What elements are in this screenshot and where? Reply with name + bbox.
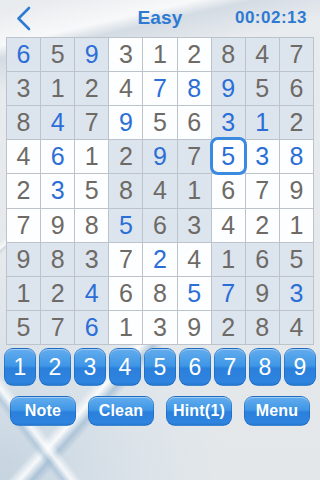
cell-r9c9[interactable]: 4 [280, 311, 314, 345]
cell-r1c5[interactable]: 1 [143, 38, 177, 72]
cell-r5c7[interactable]: 6 [212, 174, 246, 208]
cell-r4c1[interactable]: 4 [7, 140, 41, 174]
cell-r3c1[interactable]: 8 [7, 106, 41, 140]
sudoku-app: Easy 00:02:13 65931284731247895684795631… [0, 0, 320, 480]
cell-r5c9[interactable]: 9 [280, 174, 314, 208]
cell-r3c4[interactable]: 9 [109, 106, 143, 140]
numpad-key-9[interactable]: 9 [284, 348, 316, 386]
action-bar: NoteCleanHint(1)Menu [10, 396, 310, 426]
cell-r2c3[interactable]: 2 [75, 72, 109, 106]
cell-r3c2[interactable]: 4 [41, 106, 75, 140]
header: Easy 00:02:13 [0, 0, 320, 36]
cell-r7c4[interactable]: 7 [109, 243, 143, 277]
cell-r7c3[interactable]: 3 [75, 243, 109, 277]
cell-r1c3[interactable]: 9 [75, 38, 109, 72]
numpad-key-5[interactable]: 5 [144, 348, 176, 386]
cell-r1c7[interactable]: 8 [212, 38, 246, 72]
numpad-key-4[interactable]: 4 [109, 348, 141, 386]
cell-r1c9[interactable]: 7 [280, 38, 314, 72]
cell-r2c5[interactable]: 7 [143, 72, 177, 106]
cell-r9c2[interactable]: 7 [41, 311, 75, 345]
cell-r9c8[interactable]: 8 [246, 311, 280, 345]
numpad-key-6[interactable]: 6 [179, 348, 211, 386]
cell-r5c6[interactable]: 1 [178, 174, 212, 208]
cell-r7c5[interactable]: 2 [143, 243, 177, 277]
numpad-key-3[interactable]: 3 [74, 348, 106, 386]
sudoku-board: 6593128473124789568479563124612975382358… [6, 37, 314, 345]
cell-r6c5[interactable]: 6 [143, 209, 177, 243]
cell-r1c8[interactable]: 4 [246, 38, 280, 72]
cell-r3c5[interactable]: 5 [143, 106, 177, 140]
cell-r8c9[interactable]: 3 [280, 277, 314, 311]
cell-r5c2[interactable]: 3 [41, 174, 75, 208]
cell-r3c8[interactable]: 1 [246, 106, 280, 140]
cell-r4c7[interactable]: 5 [212, 140, 246, 174]
note-button[interactable]: Note [10, 396, 76, 426]
cell-r6c3[interactable]: 8 [75, 209, 109, 243]
cell-r2c2[interactable]: 1 [41, 72, 75, 106]
cell-r9c4[interactable]: 1 [109, 311, 143, 345]
cell-r8c4[interactable]: 6 [109, 277, 143, 311]
cell-r3c9[interactable]: 2 [280, 106, 314, 140]
cell-r6c6[interactable]: 3 [178, 209, 212, 243]
cell-r4c9[interactable]: 8 [280, 140, 314, 174]
cell-r2c8[interactable]: 5 [246, 72, 280, 106]
cell-r1c4[interactable]: 3 [109, 38, 143, 72]
cell-r2c7[interactable]: 9 [212, 72, 246, 106]
cell-r5c5[interactable]: 4 [143, 174, 177, 208]
cell-r5c1[interactable]: 2 [7, 174, 41, 208]
cell-r8c8[interactable]: 9 [246, 277, 280, 311]
cell-r7c9[interactable]: 5 [280, 243, 314, 277]
cell-r3c7[interactable]: 3 [212, 106, 246, 140]
cell-r7c1[interactable]: 9 [7, 243, 41, 277]
cell-r1c1[interactable]: 6 [7, 38, 41, 72]
cell-r6c4[interactable]: 5 [109, 209, 143, 243]
cell-r7c7[interactable]: 1 [212, 243, 246, 277]
numpad: 123456789 [4, 348, 316, 386]
cell-r4c5[interactable]: 9 [143, 140, 177, 174]
cell-r9c1[interactable]: 5 [7, 311, 41, 345]
cell-r6c8[interactable]: 2 [246, 209, 280, 243]
cell-r9c5[interactable]: 3 [143, 311, 177, 345]
numpad-key-8[interactable]: 8 [249, 348, 281, 386]
cell-r2c1[interactable]: 3 [7, 72, 41, 106]
cell-r2c4[interactable]: 4 [109, 72, 143, 106]
cell-r6c9[interactable]: 1 [280, 209, 314, 243]
cell-r5c4[interactable]: 8 [109, 174, 143, 208]
cell-r4c8[interactable]: 3 [246, 140, 280, 174]
cell-r1c6[interactable]: 2 [178, 38, 212, 72]
cell-r8c2[interactable]: 2 [41, 277, 75, 311]
cell-r8c6[interactable]: 5 [178, 277, 212, 311]
cell-r8c3[interactable]: 4 [75, 277, 109, 311]
cell-r1c2[interactable]: 5 [41, 38, 75, 72]
cell-r5c3[interactable]: 5 [75, 174, 109, 208]
clean-button[interactable]: Clean [88, 396, 154, 426]
cell-r4c6[interactable]: 7 [178, 140, 212, 174]
cell-r3c6[interactable]: 6 [178, 106, 212, 140]
cell-r8c1[interactable]: 1 [7, 277, 41, 311]
cell-r8c5[interactable]: 8 [143, 277, 177, 311]
timer: 00:02:13 [235, 8, 307, 28]
cell-r9c6[interactable]: 9 [178, 311, 212, 345]
cell-r2c9[interactable]: 6 [280, 72, 314, 106]
cell-r3c3[interactable]: 7 [75, 106, 109, 140]
cell-r7c2[interactable]: 8 [41, 243, 75, 277]
numpad-key-2[interactable]: 2 [39, 348, 71, 386]
cell-r4c3[interactable]: 1 [75, 140, 109, 174]
numpad-key-1[interactable]: 1 [4, 348, 36, 386]
cell-r4c2[interactable]: 6 [41, 140, 75, 174]
hint-1-button[interactable]: Hint(1) [166, 396, 232, 426]
cell-r5c8[interactable]: 7 [246, 174, 280, 208]
cell-r6c7[interactable]: 4 [212, 209, 246, 243]
cell-r2c6[interactable]: 8 [178, 72, 212, 106]
cell-r6c2[interactable]: 9 [41, 209, 75, 243]
cell-r7c6[interactable]: 4 [178, 243, 212, 277]
numpad-key-7[interactable]: 7 [214, 348, 246, 386]
cell-r9c7[interactable]: 2 [212, 311, 246, 345]
menu-button[interactable]: Menu [244, 396, 310, 426]
cell-r9c3[interactable]: 6 [75, 311, 109, 345]
cell-r6c1[interactable]: 7 [7, 209, 41, 243]
cell-r4c4[interactable]: 2 [109, 140, 143, 174]
cell-r8c7[interactable]: 7 [212, 277, 246, 311]
cell-r7c8[interactable]: 6 [246, 243, 280, 277]
